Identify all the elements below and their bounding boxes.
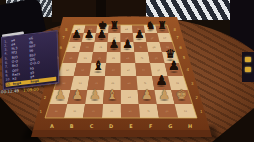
file-label-F: F [149,123,152,129]
rank-label-left-1: 1 [39,109,42,114]
board-frame-front [31,130,212,137]
rank-label-left-2: 2 [44,95,47,100]
move-list-panel[interactable]: 1.e4e62.d4d63.Nc3Nd74.Nf3b65.Bd3Bb76.O-O… [1,30,59,90]
file-label-D: D [109,123,113,129]
rank-label-left-8: 8 [65,27,68,32]
rank-label-right-5: 5 [183,55,186,60]
rank-label-right-4: 4 [187,67,190,72]
gold-square-button-1[interactable] [245,57,251,62]
game-scene: a8b8c8d8e8f8g8h8a7b7c7d7e7f7g7h7a6b6c6d6… [0,0,254,142]
move-number: 11. [6,82,11,87]
file-label-G: G [168,123,172,129]
rank-label-right-7: 7 [176,35,179,40]
move-text: hxg4 [30,78,46,84]
gold-square-button-2[interactable] [245,67,251,72]
rank-label-right-8: 8 [174,27,177,32]
move-text: hxg4 [13,80,29,86]
file-label-E: E [129,123,133,129]
rank-label-right-6: 6 [179,45,182,50]
rank-label-left-6: 6 [59,45,62,50]
file-label-A: A [50,123,54,129]
file-label-B: B [70,123,74,129]
file-label-H: H [188,123,192,129]
rank-label-left-7: 7 [62,35,65,40]
clock-black: 1:09:00 [23,87,39,93]
move-list: 1.e4e62.d4d63.Nc3Nd74.Nf3b65.Bd3Bb76.O-O… [2,31,58,88]
file-label-C: C [90,123,94,129]
